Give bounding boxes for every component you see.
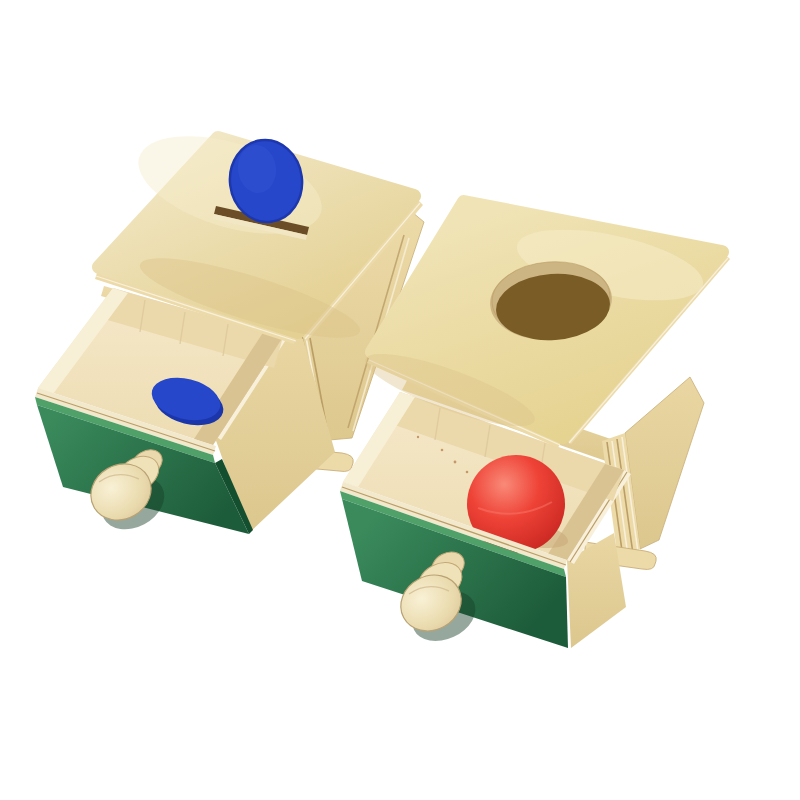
photo-stage — [0, 0, 800, 800]
montessori-boxes-photo — [0, 0, 800, 800]
